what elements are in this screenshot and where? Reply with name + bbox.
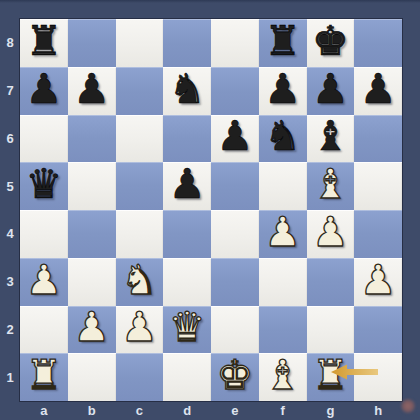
square-c1[interactable] bbox=[116, 353, 164, 401]
black-pawn-a7[interactable]: ♟ bbox=[25, 69, 62, 110]
square-a4[interactable] bbox=[20, 210, 68, 258]
square-d4[interactable] bbox=[163, 210, 211, 258]
square-c2[interactable]: ♟ bbox=[116, 306, 164, 354]
square-b5[interactable] bbox=[68, 162, 116, 210]
rank-label-4: 4 bbox=[0, 210, 20, 258]
white-rook-g1[interactable]: ♜ bbox=[312, 355, 349, 396]
square-h6[interactable] bbox=[354, 115, 402, 163]
white-pawn-a3[interactable]: ♟ bbox=[25, 260, 62, 301]
white-queen-d2[interactable]: ♛ bbox=[169, 307, 206, 348]
rank-label-2: 2 bbox=[0, 306, 20, 354]
black-pawn-b7[interactable]: ♟ bbox=[73, 69, 110, 110]
square-b6[interactable] bbox=[68, 115, 116, 163]
square-h4[interactable] bbox=[354, 210, 402, 258]
square-g7[interactable]: ♟ bbox=[307, 67, 355, 115]
white-pawn-b2[interactable]: ♟ bbox=[73, 307, 110, 348]
square-f5[interactable] bbox=[259, 162, 307, 210]
black-bishop-g6[interactable]: ♝ bbox=[312, 116, 349, 157]
file-label-h: h bbox=[354, 401, 402, 420]
square-c8[interactable] bbox=[116, 19, 164, 67]
white-pawn-c2[interactable]: ♟ bbox=[121, 307, 158, 348]
file-label-c: c bbox=[116, 401, 164, 420]
square-c6[interactable] bbox=[116, 115, 164, 163]
file-label-d: d bbox=[163, 401, 211, 420]
square-a7[interactable]: ♟ bbox=[20, 67, 68, 115]
square-b1[interactable] bbox=[68, 353, 116, 401]
black-queen-a5[interactable]: ♛ bbox=[25, 164, 62, 205]
square-g4[interactable]: ♟ bbox=[307, 210, 355, 258]
square-b7[interactable]: ♟ bbox=[68, 67, 116, 115]
square-c7[interactable] bbox=[116, 67, 164, 115]
square-g2[interactable] bbox=[307, 306, 355, 354]
black-pawn-d5[interactable]: ♟ bbox=[169, 164, 206, 205]
white-pawn-g4[interactable]: ♟ bbox=[312, 212, 349, 253]
square-d5[interactable]: ♟ bbox=[163, 162, 211, 210]
black-pawn-e6[interactable]: ♟ bbox=[216, 116, 253, 157]
file-label-f: f bbox=[259, 401, 307, 420]
square-b8[interactable] bbox=[68, 19, 116, 67]
chess-diagram: ♜♜♚♟♟♞♟♟♟♟♞♝♛♟♝♟♟♟♞♟♟♟♛♜♚♝♜ 87654321 abc… bbox=[0, 0, 420, 420]
square-f8[interactable]: ♜ bbox=[259, 19, 307, 67]
square-h7[interactable]: ♟ bbox=[354, 67, 402, 115]
square-a6[interactable] bbox=[20, 115, 68, 163]
square-b3[interactable] bbox=[68, 258, 116, 306]
square-h3[interactable]: ♟ bbox=[354, 258, 402, 306]
square-b4[interactable] bbox=[68, 210, 116, 258]
rank-label-8: 8 bbox=[0, 19, 20, 67]
square-e7[interactable] bbox=[211, 67, 259, 115]
rank-label-1: 1 bbox=[0, 353, 20, 401]
square-f2[interactable] bbox=[259, 306, 307, 354]
square-e2[interactable] bbox=[211, 306, 259, 354]
square-e6[interactable]: ♟ bbox=[211, 115, 259, 163]
square-e5[interactable] bbox=[211, 162, 259, 210]
white-pawn-h3[interactable]: ♟ bbox=[360, 260, 397, 301]
white-bishop-g5[interactable]: ♝ bbox=[312, 164, 349, 205]
square-e4[interactable] bbox=[211, 210, 259, 258]
white-knight-c3[interactable]: ♞ bbox=[121, 260, 158, 301]
square-c3[interactable]: ♞ bbox=[116, 258, 164, 306]
corner-logo-dot bbox=[400, 398, 416, 414]
square-f1[interactable]: ♝ bbox=[259, 353, 307, 401]
square-a1[interactable]: ♜ bbox=[20, 353, 68, 401]
white-bishop-f1[interactable]: ♝ bbox=[264, 355, 301, 396]
black-rook-a8[interactable]: ♜ bbox=[25, 21, 62, 62]
rank-label-3: 3 bbox=[0, 258, 20, 306]
square-c4[interactable] bbox=[116, 210, 164, 258]
black-knight-f6[interactable]: ♞ bbox=[264, 116, 301, 157]
square-a2[interactable] bbox=[20, 306, 68, 354]
white-rook-a1[interactable]: ♜ bbox=[25, 355, 62, 396]
square-d2[interactable]: ♛ bbox=[163, 306, 211, 354]
square-h8[interactable] bbox=[354, 19, 402, 67]
square-f3[interactable] bbox=[259, 258, 307, 306]
rank-label-7: 7 bbox=[0, 67, 20, 115]
black-knight-d7[interactable]: ♞ bbox=[169, 69, 206, 110]
white-pawn-f4[interactable]: ♟ bbox=[264, 212, 301, 253]
square-g8[interactable]: ♚ bbox=[307, 19, 355, 67]
square-b2[interactable]: ♟ bbox=[68, 306, 116, 354]
rank-label-6: 6 bbox=[0, 115, 20, 163]
square-d7[interactable]: ♞ bbox=[163, 67, 211, 115]
chess-board: ♜♜♚♟♟♞♟♟♟♟♞♝♛♟♝♟♟♟♞♟♟♟♛♜♚♝♜ bbox=[20, 19, 402, 401]
square-g3[interactable] bbox=[307, 258, 355, 306]
rank-labels: 87654321 bbox=[0, 19, 20, 401]
square-d8[interactable] bbox=[163, 19, 211, 67]
square-d6[interactable] bbox=[163, 115, 211, 163]
square-e1[interactable]: ♚ bbox=[211, 353, 259, 401]
file-label-g: g bbox=[307, 401, 355, 420]
square-g5[interactable]: ♝ bbox=[307, 162, 355, 210]
square-g1[interactable]: ♜ bbox=[307, 353, 355, 401]
file-labels: abcdefgh bbox=[20, 401, 402, 420]
square-e8[interactable] bbox=[211, 19, 259, 67]
file-label-b: b bbox=[68, 401, 116, 420]
square-d3[interactable] bbox=[163, 258, 211, 306]
square-h1[interactable] bbox=[354, 353, 402, 401]
square-e3[interactable] bbox=[211, 258, 259, 306]
file-label-e: e bbox=[211, 401, 259, 420]
square-h5[interactable] bbox=[354, 162, 402, 210]
file-label-a: a bbox=[20, 401, 68, 420]
square-f7[interactable]: ♟ bbox=[259, 67, 307, 115]
square-f6[interactable]: ♞ bbox=[259, 115, 307, 163]
square-a3[interactable]: ♟ bbox=[20, 258, 68, 306]
square-a8[interactable]: ♜ bbox=[20, 19, 68, 67]
white-king-e1[interactable]: ♚ bbox=[216, 355, 253, 396]
black-king-g8[interactable]: ♚ bbox=[312, 21, 349, 62]
square-h2[interactable] bbox=[354, 306, 402, 354]
black-rook-f8[interactable]: ♜ bbox=[264, 21, 301, 62]
square-f4[interactable]: ♟ bbox=[259, 210, 307, 258]
square-g6[interactable]: ♝ bbox=[307, 115, 355, 163]
square-a5[interactable]: ♛ bbox=[20, 162, 68, 210]
square-c5[interactable] bbox=[116, 162, 164, 210]
black-pawn-f7[interactable]: ♟ bbox=[264, 69, 301, 110]
black-pawn-g7[interactable]: ♟ bbox=[312, 69, 349, 110]
black-pawn-h7[interactable]: ♟ bbox=[360, 69, 397, 110]
rank-label-5: 5 bbox=[0, 162, 20, 210]
square-d1[interactable] bbox=[163, 353, 211, 401]
